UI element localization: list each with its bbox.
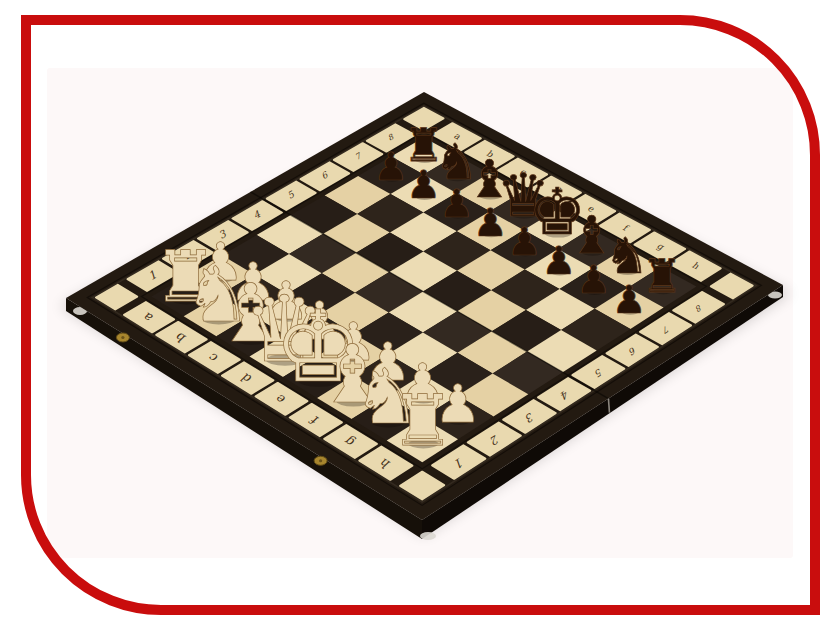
piece-black-pawn-h7: ♟	[612, 277, 647, 322]
piece-black-pawn-g7: ♟	[576, 257, 611, 302]
brass-clasp-pin	[121, 336, 124, 339]
piece-black-pawn-f7: ♟	[541, 238, 576, 283]
piece-black-pawn-b7: ♟	[406, 162, 441, 207]
brass-clasp-pin	[319, 459, 322, 462]
chess-board-photo: aa88bb77cc66dd55ee44ff33gg22hh11♜♞♟♝♟♛♟♚…	[0, 0, 840, 630]
piece-black-pawn-c7: ♟	[439, 181, 474, 226]
product-image: aa88bb77cc66dd55ee44ff33gg22hh11♜♞♟♝♟♛♟♚…	[0, 0, 840, 630]
piece-black-pawn-d7: ♟	[473, 200, 508, 245]
piece-black-rook-h8: ♜	[642, 249, 683, 303]
piece-black-pawn-a7: ♟	[373, 144, 408, 189]
board-foot-reflection	[420, 532, 436, 540]
piece-white-rook-h1: ♜	[391, 379, 454, 462]
piece-black-pawn-e7: ♟	[507, 219, 542, 264]
fold-seam-side	[608, 399, 609, 413]
